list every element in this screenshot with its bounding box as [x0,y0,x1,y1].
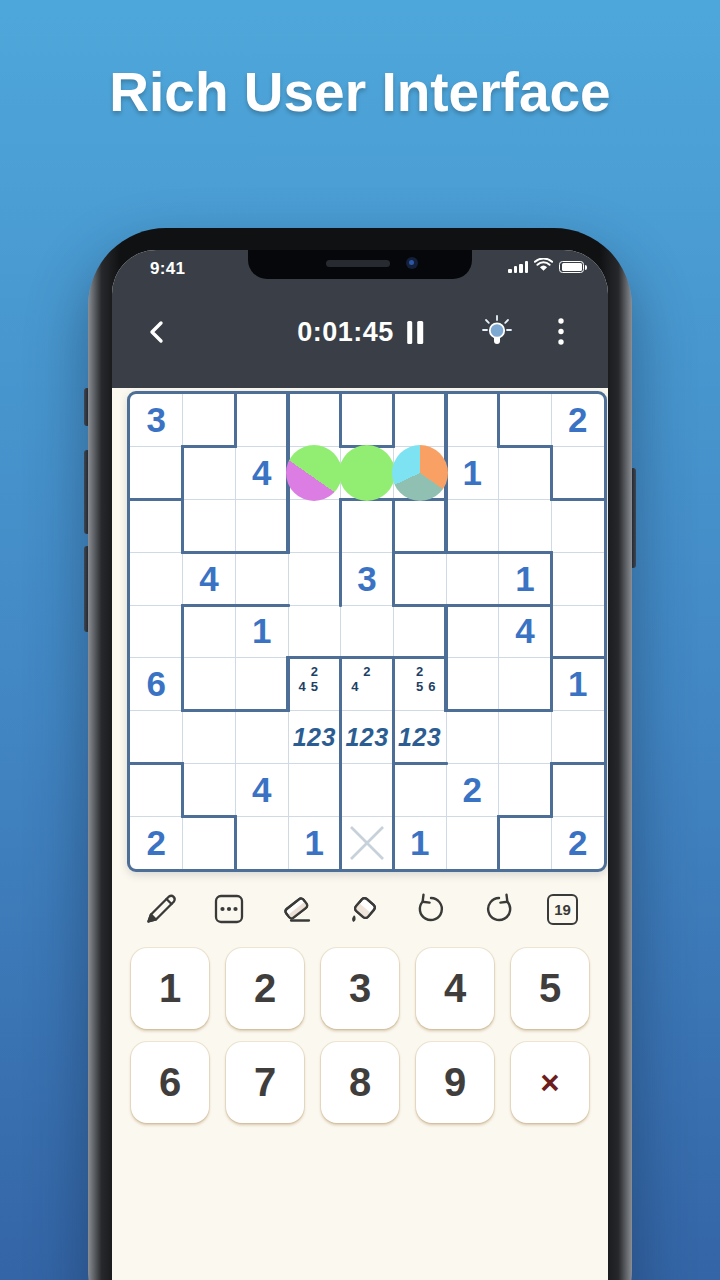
center-marks: 123 [288,711,341,764]
board-cell-r8c9[interactable] [551,763,604,816]
board-cell-r3c1[interactable] [130,500,183,553]
given-digit: 6 [130,658,183,711]
region-border-v4 [234,815,237,871]
board-cell-r3c7[interactable] [446,500,499,553]
given-digit: 2 [446,763,499,816]
pause-button[interactable] [407,321,423,344]
board-cell-r4c7[interactable] [446,552,499,605]
phone-mockup: 9:41 [88,228,632,1280]
board-cell-r4c4[interactable] [288,552,341,605]
board-cell-r4c3[interactable] [235,552,288,605]
board-cell-r6c7[interactable] [446,658,499,711]
camera-dot [406,257,418,269]
fill-bucket-tool-button[interactable] [345,890,383,928]
numpad-button-1[interactable]: 1 [131,948,209,1029]
board-cell-r5c7[interactable] [446,605,499,658]
page-title: Rich User Interface [0,60,720,124]
board-cell-r4c9[interactable] [551,552,604,605]
region-border-h5 [550,498,606,501]
region-border-v10 [392,392,395,448]
board-cell-r9c3[interactable] [235,816,288,869]
region-border-h14 [128,762,184,765]
pencil-digit: 6 [426,679,438,694]
board-cell-r6c8[interactable] [499,658,552,711]
board-cell-r6c2[interactable] [183,658,236,711]
given-digit: 1 [235,605,288,658]
pencil-digit: 2 [414,664,426,679]
given-digit: 4 [235,447,288,500]
eraser-tool-button[interactable] [277,890,315,928]
signal-bars-icon [508,261,528,273]
board-cell-r8c4[interactable] [288,763,341,816]
status-time: 9:41 [150,259,185,279]
board-cell-r5c4[interactable] [288,605,341,658]
board-cell-r5c2[interactable] [183,605,236,658]
color-circle-pie[interactable] [392,445,448,501]
given-digit: 1 [499,552,552,605]
board-cell-r1c8[interactable] [499,394,552,447]
region-border-h3 [128,498,184,501]
board-cell-r5c1[interactable] [130,605,183,658]
given-digit: 2 [551,816,604,869]
board-cell-r1c5[interactable] [341,394,394,447]
given-digit: 2 [551,394,604,447]
board-cell-r7c7[interactable] [446,711,499,764]
back-button[interactable] [142,316,172,352]
board-cell-r2c8[interactable] [499,447,552,500]
numpad-button-6[interactable]: 6 [131,1042,209,1123]
board-cell-r1c2[interactable] [183,394,236,447]
given-digit: 1 [446,447,499,500]
pencil-tool-button[interactable] [142,890,180,928]
numpad-button-8[interactable]: 8 [321,1042,399,1123]
region-border-h13 [444,709,553,712]
board-cell-r3c9[interactable] [551,500,604,553]
board-cell-r3c6[interactable] [393,500,446,553]
pencil-digit: 4 [349,679,361,694]
given-digit: 3 [130,394,183,447]
battery-icon [559,261,584,274]
board-cell-r5c9[interactable] [551,605,604,658]
board-cell-r1c3[interactable] [235,394,288,447]
pencil-digit: 4 [296,679,308,694]
toolbar: 19 [112,878,608,940]
region-border-h16 [550,762,606,765]
board-cell-r2c9[interactable] [551,447,604,500]
remaining-counter-button[interactable]: 19 [547,894,578,925]
given-digit: 4 [183,552,236,605]
region-border-v16 [497,815,500,871]
kebab-menu-button[interactable] [558,317,564,351]
pencil-marks: 256 [393,658,446,711]
app-header: 9:41 [112,250,608,388]
pencil-marks: 245 [288,658,341,711]
center-marks: 123 [393,711,446,764]
speaker-slot [326,260,390,267]
sudoku-board: 3241431146142211224524256123123123 [127,391,607,872]
hint-bulb-button[interactable] [478,313,516,355]
numpad-button-5[interactable]: 5 [511,948,589,1029]
region-border-h12 [181,709,290,712]
region-border-v2 [181,762,184,818]
board-cell-r5c6[interactable] [393,605,446,658]
given-digit: 4 [499,605,552,658]
board-cell-r9c7[interactable] [446,816,499,869]
board-cell-r7c1[interactable] [130,711,183,764]
board-cell-r1c4[interactable] [288,394,341,447]
board-cell-r7c2[interactable] [183,711,236,764]
timer-value: 0:01:45 [297,317,394,348]
board-cell-r1c6[interactable] [393,394,446,447]
region-border-v3 [234,392,237,448]
notes-tool-button[interactable] [210,890,248,928]
region-border-h2 [497,445,553,448]
board-cell-r9c2[interactable] [183,816,236,869]
given-digit: 2 [130,816,183,869]
board-cell-r8c2[interactable] [183,763,236,816]
given-digit: 1 [393,816,446,869]
board-cell-r3c4[interactable] [288,500,341,553]
board-cell-r7c8[interactable] [499,711,552,764]
board-cell-r1c7[interactable] [446,394,499,447]
region-border-v19 [550,762,553,818]
x-mark [341,816,394,869]
numpad-button-3[interactable]: 3 [321,948,399,1029]
notch [248,250,472,279]
pencil-digit: 5 [308,679,320,694]
pencil-digit: 5 [414,679,426,694]
board-cell-r4c6[interactable] [393,552,446,605]
board-cell-r2c1[interactable] [130,447,183,500]
board-cell-r3c2[interactable] [183,500,236,553]
pencil-marks: 24 [341,658,394,711]
given-digit: 1 [288,816,341,869]
given-digit: 4 [235,763,288,816]
numpad-button-4[interactable]: 4 [416,948,494,1029]
board-cell-r3c5[interactable] [341,500,394,553]
phone-screen: 9:41 [112,250,608,1280]
board-cell-r2c2[interactable] [183,447,236,500]
board-cell-r9c8[interactable] [499,816,552,869]
board-cell-r6c3[interactable] [235,658,288,711]
board-cell-r8c1[interactable] [130,763,183,816]
given-digit: 1 [551,658,604,711]
region-border-v17 [550,445,553,501]
region-border-v15 [497,392,500,448]
numpad-button-2[interactable]: 2 [226,948,304,1029]
numpad-button-9[interactable]: 9 [416,1042,494,1123]
numpad-button-7[interactable]: 7 [226,1042,304,1123]
board-cell-r7c3[interactable] [235,711,288,764]
color-circle-solid[interactable] [339,445,395,501]
region-border-h17 [181,815,237,818]
board-cell-r8c6[interactable] [393,763,446,816]
board-cell-r3c3[interactable] [235,500,288,553]
board-cell-r3c8[interactable] [499,500,552,553]
region-border-v7 [339,392,342,448]
region-border-h0 [181,445,237,448]
numpad-delete-button[interactable]: × [511,1042,589,1123]
undo-button[interactable] [412,890,450,928]
wifi-icon [534,258,553,276]
pencil-digit: 2 [361,664,373,679]
given-digit: 3 [341,552,394,605]
board-cell-r5c5[interactable] [341,605,394,658]
board-cell-r8c5[interactable] [341,763,394,816]
region-border-h18 [497,815,553,818]
center-marks: 123 [341,711,394,764]
board-cell-r4c1[interactable] [130,552,183,605]
board-cell-r7c9[interactable] [551,711,604,764]
board-cell-r8c8[interactable] [499,763,552,816]
redo-button[interactable] [480,890,518,928]
pencil-digit: 2 [308,664,320,679]
